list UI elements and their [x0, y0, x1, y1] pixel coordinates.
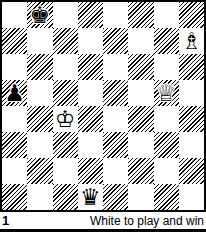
white-king-glyph: ♔	[55, 108, 76, 131]
square-d6[interactable]	[78, 54, 103, 80]
square-h1[interactable]	[179, 184, 204, 210]
square-d8[interactable]	[78, 2, 103, 28]
square-f6[interactable]	[128, 54, 153, 80]
square-a8[interactable]	[2, 2, 27, 28]
instruction-text: White to play and win	[90, 214, 204, 228]
square-b5[interactable]	[27, 80, 52, 106]
square-e5[interactable]	[103, 80, 128, 106]
square-d2[interactable]	[78, 158, 103, 184]
square-g4[interactable]	[154, 106, 179, 132]
black-queen-piece[interactable]: ♛	[78, 184, 103, 210]
square-g8[interactable]	[154, 2, 179, 28]
square-d5[interactable]	[78, 80, 103, 106]
square-g2[interactable]	[154, 158, 179, 184]
square-b6[interactable]	[27, 54, 52, 80]
white-queen-piece[interactable]: ♛♕	[154, 80, 179, 106]
square-c7[interactable]	[53, 28, 78, 54]
square-g7[interactable]	[154, 28, 179, 54]
square-c3[interactable]	[53, 132, 78, 158]
square-h5[interactable]	[179, 80, 204, 106]
black-queen-glyph: ♛	[80, 186, 101, 209]
square-b3[interactable]	[27, 132, 52, 158]
square-g5[interactable]: ♛♕	[154, 80, 179, 106]
black-king-piece[interactable]: ♚	[27, 2, 52, 28]
square-a6[interactable]	[2, 54, 27, 80]
white-queen-glyph: ♕	[156, 82, 177, 105]
square-c5[interactable]	[53, 80, 78, 106]
square-h2[interactable]	[179, 158, 204, 184]
square-g6[interactable]	[154, 54, 179, 80]
square-a4[interactable]	[2, 106, 27, 132]
black-pawn-piece[interactable]: ♟	[2, 80, 27, 106]
square-b1[interactable]	[27, 184, 52, 210]
bottom-divider	[0, 229, 206, 232]
square-f3[interactable]	[128, 132, 153, 158]
square-h8[interactable]	[179, 2, 204, 28]
square-a5[interactable]: ♟	[2, 80, 27, 106]
square-e6[interactable]	[103, 54, 128, 80]
square-h3[interactable]	[179, 132, 204, 158]
square-d4[interactable]	[78, 106, 103, 132]
black-king-glyph: ♚	[30, 4, 51, 27]
white-king-piece[interactable]: ♚♔	[53, 106, 78, 132]
square-f5[interactable]	[128, 80, 153, 106]
square-h4[interactable]	[179, 106, 204, 132]
square-d7[interactable]	[78, 28, 103, 54]
square-e4[interactable]	[103, 106, 128, 132]
square-h6[interactable]	[179, 54, 204, 80]
square-c4[interactable]: ♚♔	[53, 106, 78, 132]
problem-number: 1	[2, 213, 9, 228]
chess-diagram: ♚♝♗♟♛♕♚♔♛ 1 White to play and win	[0, 0, 206, 232]
square-a2[interactable]	[2, 158, 27, 184]
square-g1[interactable]	[154, 184, 179, 210]
chess-board: ♚♝♗♟♛♕♚♔♛	[0, 0, 206, 212]
caption-bar: 1 White to play and win	[0, 212, 206, 229]
square-c8[interactable]	[53, 2, 78, 28]
black-pawn-glyph: ♟	[4, 82, 25, 105]
square-f4[interactable]	[128, 106, 153, 132]
square-b8[interactable]: ♚	[27, 2, 52, 28]
square-e1[interactable]	[103, 184, 128, 210]
square-f2[interactable]	[128, 158, 153, 184]
square-f8[interactable]	[128, 2, 153, 28]
white-bishop-piece[interactable]: ♝♗	[179, 28, 204, 54]
square-e8[interactable]	[103, 2, 128, 28]
square-c2[interactable]	[53, 158, 78, 184]
square-b7[interactable]	[27, 28, 52, 54]
square-e7[interactable]	[103, 28, 128, 54]
square-c6[interactable]	[53, 54, 78, 80]
square-e3[interactable]	[103, 132, 128, 158]
square-d3[interactable]	[78, 132, 103, 158]
square-d1[interactable]: ♛	[78, 184, 103, 210]
square-h7[interactable]: ♝♗	[179, 28, 204, 54]
white-bishop-glyph: ♗	[181, 30, 202, 53]
square-f1[interactable]	[128, 184, 153, 210]
square-g3[interactable]	[154, 132, 179, 158]
square-a1[interactable]	[2, 184, 27, 210]
square-a3[interactable]	[2, 132, 27, 158]
square-b2[interactable]	[27, 158, 52, 184]
square-b4[interactable]	[27, 106, 52, 132]
square-e2[interactable]	[103, 158, 128, 184]
square-a7[interactable]	[2, 28, 27, 54]
square-f7[interactable]	[128, 28, 153, 54]
square-c1[interactable]	[53, 184, 78, 210]
